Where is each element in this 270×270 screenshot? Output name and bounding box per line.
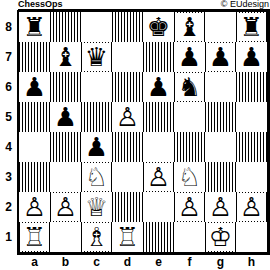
square-d4[interactable] bbox=[112, 132, 143, 162]
black-pawn: ♟ bbox=[145, 73, 172, 101]
square-d3[interactable] bbox=[112, 162, 143, 192]
square-c6[interactable] bbox=[81, 72, 112, 102]
square-e6[interactable]: ♟ bbox=[143, 72, 174, 102]
chessops-diagram: ChessOps © EUdesign 87654321 ♜♚♝♜♝♛♟♟♟♟♟… bbox=[0, 0, 270, 270]
rank-labels: 87654321 bbox=[0, 10, 17, 255]
white-pawn: ♙ bbox=[114, 103, 141, 131]
square-f1[interactable] bbox=[174, 222, 205, 252]
square-c5[interactable] bbox=[81, 102, 112, 132]
black-pawn: ♟ bbox=[176, 43, 203, 71]
square-h2[interactable]: ♙ bbox=[236, 192, 267, 222]
square-f5[interactable] bbox=[174, 102, 205, 132]
file-label-a: a bbox=[19, 255, 50, 270]
square-c1[interactable]: ♗ bbox=[81, 222, 112, 252]
square-h6[interactable] bbox=[236, 72, 267, 102]
square-a3[interactable] bbox=[19, 162, 50, 192]
white-pawn: ♙ bbox=[145, 163, 172, 191]
square-e5[interactable] bbox=[143, 102, 174, 132]
black-bishop: ♝ bbox=[52, 43, 79, 71]
file-label-g: g bbox=[205, 255, 236, 270]
white-pawn: ♙ bbox=[238, 193, 265, 221]
white-pawn: ♙ bbox=[207, 193, 234, 221]
square-e4[interactable] bbox=[143, 132, 174, 162]
white-king: ♔ bbox=[207, 223, 234, 251]
rank-label-4: 4 bbox=[0, 132, 17, 162]
black-pawn: ♟ bbox=[83, 133, 110, 161]
square-d7[interactable] bbox=[112, 42, 143, 72]
square-c3[interactable]: ♘ bbox=[81, 162, 112, 192]
file-label-h: h bbox=[236, 255, 267, 270]
white-knight: ♘ bbox=[83, 163, 110, 191]
square-b2[interactable]: ♙ bbox=[50, 192, 81, 222]
square-g2[interactable]: ♙ bbox=[205, 192, 236, 222]
file-label-f: f bbox=[174, 255, 205, 270]
square-f6[interactable]: ♞ bbox=[174, 72, 205, 102]
black-knight: ♞ bbox=[176, 73, 203, 101]
square-e7[interactable] bbox=[143, 42, 174, 72]
square-a8[interactable]: ♜ bbox=[19, 12, 50, 42]
black-pawn: ♟ bbox=[21, 73, 48, 101]
square-h8[interactable]: ♜ bbox=[236, 12, 267, 42]
square-e8[interactable]: ♚ bbox=[143, 12, 174, 42]
black-pawn: ♟ bbox=[207, 43, 234, 71]
square-f7[interactable]: ♟ bbox=[174, 42, 205, 72]
file-labels: abcdefgh bbox=[19, 255, 270, 270]
square-h3[interactable] bbox=[236, 162, 267, 192]
square-c4[interactable]: ♟ bbox=[81, 132, 112, 162]
square-b4[interactable] bbox=[50, 132, 81, 162]
square-b5[interactable]: ♟ bbox=[50, 102, 81, 132]
square-f2[interactable]: ♙ bbox=[174, 192, 205, 222]
square-h5[interactable] bbox=[236, 102, 267, 132]
rank-label-3: 3 bbox=[0, 162, 17, 192]
header: ChessOps © EUdesign bbox=[18, 0, 270, 10]
white-pawn: ♙ bbox=[176, 193, 203, 221]
square-b1[interactable] bbox=[50, 222, 81, 252]
credit-text: © EUdesign bbox=[221, 0, 270, 9]
black-queen: ♛ bbox=[83, 43, 110, 71]
square-c7[interactable]: ♛ bbox=[81, 42, 112, 72]
black-bishop: ♝ bbox=[176, 13, 203, 41]
square-g6[interactable] bbox=[205, 72, 236, 102]
square-g4[interactable] bbox=[205, 132, 236, 162]
square-h1[interactable] bbox=[236, 222, 267, 252]
square-f4[interactable] bbox=[174, 132, 205, 162]
square-b7[interactable]: ♝ bbox=[50, 42, 81, 72]
white-bishop: ♗ bbox=[83, 223, 110, 251]
white-rook: ♖ bbox=[114, 223, 141, 251]
app-title: ChessOps bbox=[18, 0, 63, 9]
board: ♜♚♝♜♝♛♟♟♟♟♟♞♟♙♟♘♙♘♙♙♕♙♙♙♖♗♖♔ bbox=[17, 10, 270, 255]
square-a7[interactable] bbox=[19, 42, 50, 72]
square-e1[interactable] bbox=[143, 222, 174, 252]
square-c8[interactable] bbox=[81, 12, 112, 42]
file-label-c: c bbox=[81, 255, 112, 270]
square-a1[interactable]: ♖ bbox=[19, 222, 50, 252]
rank-label-7: 7 bbox=[0, 42, 17, 72]
white-knight: ♘ bbox=[176, 163, 203, 191]
white-pawn: ♙ bbox=[52, 193, 79, 221]
square-f3[interactable]: ♘ bbox=[174, 162, 205, 192]
square-d8[interactable] bbox=[112, 12, 143, 42]
square-b8[interactable] bbox=[50, 12, 81, 42]
square-e3[interactable]: ♙ bbox=[143, 162, 174, 192]
square-a2[interactable]: ♙ bbox=[19, 192, 50, 222]
black-rook: ♜ bbox=[238, 13, 265, 41]
square-d6[interactable] bbox=[112, 72, 143, 102]
square-h7[interactable]: ♟ bbox=[236, 42, 267, 72]
black-king: ♚ bbox=[145, 13, 172, 41]
file-label-b: b bbox=[50, 255, 81, 270]
rank-label-6: 6 bbox=[0, 72, 17, 102]
square-e2[interactable] bbox=[143, 192, 174, 222]
black-rook: ♜ bbox=[21, 13, 48, 41]
file-label-d: d bbox=[112, 255, 143, 270]
white-pawn: ♙ bbox=[21, 193, 48, 221]
black-pawn: ♟ bbox=[238, 43, 265, 71]
rank-label-8: 8 bbox=[0, 12, 17, 42]
white-queen: ♕ bbox=[83, 193, 110, 221]
square-d5[interactable]: ♙ bbox=[112, 102, 143, 132]
file-label-e: e bbox=[143, 255, 174, 270]
black-pawn: ♟ bbox=[52, 103, 79, 131]
square-d2[interactable] bbox=[112, 192, 143, 222]
rank-label-1: 1 bbox=[0, 222, 17, 252]
square-g3[interactable] bbox=[205, 162, 236, 192]
square-a4[interactable] bbox=[19, 132, 50, 162]
white-rook: ♖ bbox=[21, 223, 48, 251]
board-area: 87654321 ♜♚♝♜♝♛♟♟♟♟♟♞♟♙♟♘♙♘♙♙♕♙♙♙♖♗♖♔ bbox=[0, 10, 270, 255]
rank-label-2: 2 bbox=[0, 192, 17, 222]
square-g1[interactable]: ♔ bbox=[205, 222, 236, 252]
square-d1[interactable]: ♖ bbox=[112, 222, 143, 252]
square-b3[interactable] bbox=[50, 162, 81, 192]
square-h4[interactable] bbox=[236, 132, 267, 162]
square-g5[interactable] bbox=[205, 102, 236, 132]
square-b6[interactable] bbox=[50, 72, 81, 102]
square-a6[interactable]: ♟ bbox=[19, 72, 50, 102]
rank-label-5: 5 bbox=[0, 102, 17, 132]
square-c2[interactable]: ♕ bbox=[81, 192, 112, 222]
square-a5[interactable] bbox=[19, 102, 50, 132]
square-g8[interactable] bbox=[205, 12, 236, 42]
square-g7[interactable]: ♟ bbox=[205, 42, 236, 72]
square-f8[interactable]: ♝ bbox=[174, 12, 205, 42]
